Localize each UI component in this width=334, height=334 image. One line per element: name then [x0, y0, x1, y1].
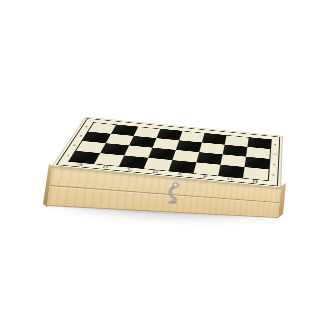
rank-labels-right: 4321	[268, 140, 279, 182]
file-label-b: B	[92, 163, 120, 170]
file-label-c: C	[117, 166, 144, 173]
file-label-g: G	[217, 175, 243, 183]
file-label-e: E	[167, 170, 194, 178]
file-label-h: H	[242, 178, 268, 186]
file-label-f: F	[192, 173, 218, 181]
product-photo-chess-box: ABCDEFGH 4321 4321	[0, 0, 334, 334]
file-label-d: D	[142, 168, 169, 176]
file-label-a: A	[67, 161, 95, 168]
metal-hook-clasp-icon	[163, 180, 182, 205]
rank-label-right-1: 1	[268, 169, 278, 181]
